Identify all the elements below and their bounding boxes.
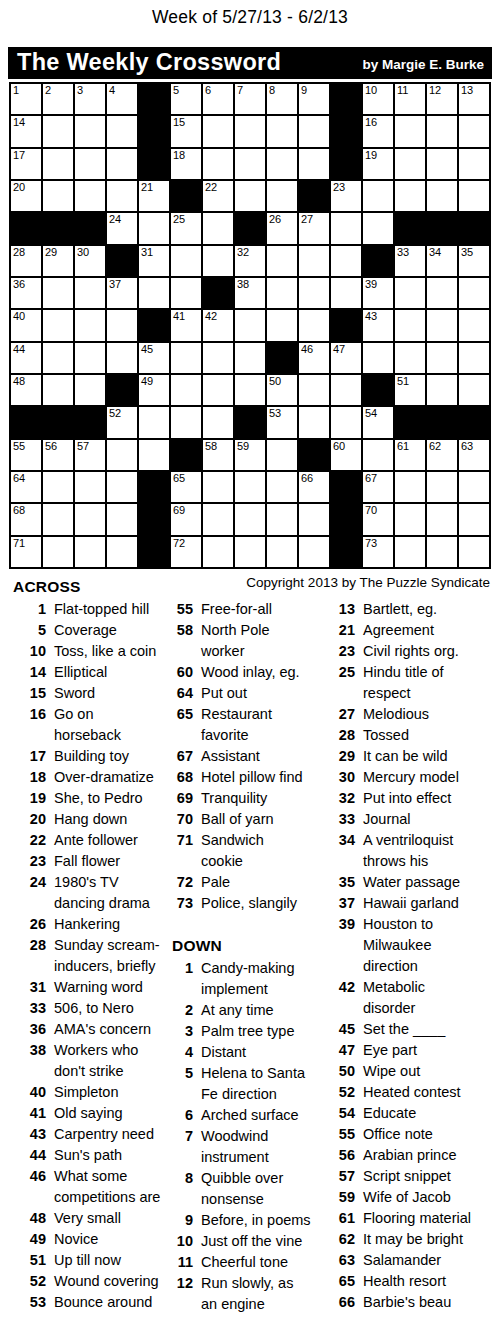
copyright-note: Copyright 2013 by The Puzzle Syndicate [246, 575, 490, 590]
grid-cell[interactable]: 46 [299, 343, 329, 373]
grid-cell[interactable] [171, 246, 201, 276]
clue-item: 26Hankering [13, 914, 182, 935]
clue-number: 69 [160, 788, 193, 809]
clue-item: 12Run slowly, as an engine [160, 1273, 322, 1315]
cell-number: 2 [45, 84, 51, 97]
grid-cell[interactable] [267, 504, 297, 534]
grid-cell[interactable] [459, 375, 489, 405]
cell-number: 7 [237, 84, 243, 97]
grid-cell[interactable]: 19 [363, 149, 393, 179]
grid-cell[interactable] [267, 472, 297, 502]
clue-number: 73 [160, 893, 193, 914]
cell-number: 61 [397, 440, 409, 453]
grid-cell[interactable] [427, 537, 457, 567]
grid-cell[interactable] [139, 440, 169, 470]
grid-cell[interactable]: 54 [363, 407, 393, 437]
grid-cell[interactable] [363, 213, 393, 243]
grid-cell[interactable]: 12 [427, 84, 457, 114]
grid-cell[interactable] [459, 537, 489, 567]
across-clue-column: ACROSS 1Flat-topped hill5Coverage10Toss,… [13, 577, 182, 1313]
clue-number: 23 [13, 851, 46, 872]
grid-cell[interactable]: 41 [171, 310, 201, 340]
grid-cell[interactable]: 7 [235, 84, 265, 114]
grid-cell[interactable]: 21 [139, 181, 169, 211]
grid-cell[interactable] [235, 149, 265, 179]
grid-cell[interactable]: 55 [11, 440, 41, 470]
grid-cell[interactable]: 4 [107, 84, 137, 114]
grid-cell[interactable] [43, 537, 73, 567]
grid-cell[interactable]: 66 [299, 472, 329, 502]
grid-cell[interactable] [267, 440, 297, 470]
grid-cell[interactable] [331, 246, 361, 276]
clue-text: Woodwind instrument [201, 1126, 322, 1168]
cell-number: 38 [237, 278, 249, 291]
cell-number: 3 [77, 84, 83, 97]
clue-text: Civil rights org. [363, 641, 493, 662]
grid-cell[interactable] [75, 278, 105, 308]
grid-cell[interactable] [107, 116, 137, 146]
grid-cell[interactable] [203, 375, 233, 405]
clue-text: Hotel pillow find [201, 767, 322, 788]
clue-item: 15Sword [13, 683, 182, 704]
grid-cell[interactable] [427, 278, 457, 308]
clue-text: Put out [201, 683, 322, 704]
clue-number: 6 [160, 1105, 193, 1126]
grid-cell[interactable] [43, 278, 73, 308]
grid-cell[interactable]: 60 [331, 440, 361, 470]
grid-cell[interactable] [267, 149, 297, 179]
cell-number: 60 [333, 440, 345, 453]
grid-cell[interactable] [395, 278, 425, 308]
grid-cell[interactable] [459, 472, 489, 502]
block-cell [107, 375, 137, 405]
grid-cell[interactable] [75, 375, 105, 405]
grid-cell[interactable] [171, 375, 201, 405]
clue-item: 7Woodwind instrument [160, 1126, 322, 1168]
clue-number: 22 [13, 830, 46, 851]
grid-cell[interactable]: 43 [363, 310, 393, 340]
grid-cell[interactable]: 63 [459, 440, 489, 470]
grid-cell[interactable] [299, 278, 329, 308]
clue-text: Health resort [363, 1271, 493, 1292]
grid-cell[interactable] [459, 149, 489, 179]
grid-cell[interactable] [427, 149, 457, 179]
cell-number: 64 [13, 472, 25, 485]
grid-cell[interactable] [235, 375, 265, 405]
grid-cell[interactable] [43, 504, 73, 534]
grid-cell[interactable] [139, 407, 169, 437]
block-cell [171, 181, 201, 211]
grid-cell[interactable] [107, 343, 137, 373]
grid-cell[interactable]: 65 [171, 472, 201, 502]
grid-cell[interactable] [395, 343, 425, 373]
clue-item: 41Old saying [13, 1103, 182, 1124]
clue-number: 65 [160, 704, 193, 725]
cell-number: 22 [205, 181, 217, 194]
clue-number: 9 [160, 1210, 193, 1231]
clue-number: 29 [322, 746, 355, 767]
clue-item: 54Educate [322, 1103, 493, 1124]
block-cell [75, 407, 105, 437]
block-cell [139, 504, 169, 534]
grid-cell[interactable]: 45 [139, 343, 169, 373]
clue-number: 11 [160, 1252, 193, 1273]
grid-cell[interactable] [299, 116, 329, 146]
cell-number: 19 [365, 149, 377, 162]
cell-number: 57 [77, 440, 89, 453]
grid-cell[interactable] [235, 472, 265, 502]
clue-text: Educate [363, 1103, 493, 1124]
grid-cell[interactable] [395, 149, 425, 179]
grid-cell[interactable]: 61 [395, 440, 425, 470]
grid-cell[interactable] [395, 537, 425, 567]
grid-cell[interactable]: 10 [363, 84, 393, 114]
block-cell [459, 213, 489, 243]
grid-cell[interactable] [395, 504, 425, 534]
clue-number: 56 [322, 1145, 355, 1166]
grid-cell[interactable] [75, 504, 105, 534]
clue-item: 31Warning word [13, 977, 182, 998]
grid-cell[interactable] [107, 310, 137, 340]
grid-cell[interactable]: 52 [107, 407, 137, 437]
grid-cell[interactable] [75, 181, 105, 211]
week-heading: Week of 5/27/13 - 6/2/13 [0, 7, 500, 28]
grid-cell[interactable] [43, 472, 73, 502]
grid-cell[interactable] [459, 343, 489, 373]
clue-text: Hindu title of respect [363, 662, 493, 704]
grid-cell[interactable] [203, 116, 233, 146]
grid-cell[interactable] [75, 310, 105, 340]
grid-cell[interactable]: 25 [171, 213, 201, 243]
grid-cell[interactable]: 28 [11, 246, 41, 276]
grid-cell[interactable] [43, 310, 73, 340]
grid-cell[interactable] [139, 213, 169, 243]
grid-cell[interactable] [395, 116, 425, 146]
grid-cell[interactable] [427, 310, 457, 340]
clue-number: 34 [322, 830, 355, 851]
grid-cell[interactable]: 3 [75, 84, 105, 114]
grid-cell[interactable] [427, 343, 457, 373]
cell-number: 14 [13, 116, 25, 129]
grid-cell[interactable]: 26 [267, 213, 297, 243]
grid-cell[interactable]: 44 [11, 343, 41, 373]
grid-cell[interactable]: 69 [171, 504, 201, 534]
clue-number: 17 [13, 746, 46, 767]
clue-number: 59 [322, 1187, 355, 1208]
grid-cell[interactable] [75, 149, 105, 179]
grid-cell[interactable]: 70 [363, 504, 393, 534]
grid-cell[interactable]: 49 [139, 375, 169, 405]
block-cell [427, 407, 457, 437]
grid-cell[interactable]: 59 [235, 440, 265, 470]
cell-number: 29 [45, 246, 57, 259]
clue-number: 4 [160, 1042, 193, 1063]
grid-cell[interactable]: 15 [171, 116, 201, 146]
clue-item: 8Quibble over nonsense [160, 1168, 322, 1210]
grid-cell[interactable]: 29 [43, 246, 73, 276]
grid-cell[interactable] [235, 116, 265, 146]
block-cell [139, 84, 169, 114]
grid-cell[interactable] [427, 181, 457, 211]
grid-cell[interactable] [203, 407, 233, 437]
clue-item: 63Salamander [322, 1250, 493, 1271]
grid-cell[interactable] [299, 149, 329, 179]
block-cell [43, 407, 73, 437]
grid-cell[interactable] [331, 407, 361, 437]
clue-item: 241980's TV dancing drama [13, 872, 182, 914]
grid-cell[interactable] [75, 343, 105, 373]
clue-text: Heated contest [363, 1082, 493, 1103]
grid-cell[interactable]: 42 [203, 310, 233, 340]
block-cell [139, 116, 169, 146]
clue-text: Flooring material [363, 1208, 493, 1229]
grid-cell[interactable] [235, 504, 265, 534]
grid-cell[interactable]: 5 [171, 84, 201, 114]
grid-cell[interactable] [427, 504, 457, 534]
clue-number: 12 [160, 1273, 193, 1294]
clue-text: Eye part [363, 1040, 493, 1061]
grid-cell[interactable] [107, 472, 137, 502]
grid-cell[interactable]: 11 [395, 84, 425, 114]
grid-cell[interactable] [43, 149, 73, 179]
grid-cell[interactable] [235, 343, 265, 373]
block-cell [299, 440, 329, 470]
grid-cell[interactable] [107, 181, 137, 211]
grid-cell[interactable] [235, 181, 265, 211]
clue-item: 58North Pole worker [160, 620, 322, 662]
grid-cell[interactable]: 36 [11, 278, 41, 308]
grid-cell[interactable]: 31 [139, 246, 169, 276]
grid-cell[interactable]: 67 [363, 472, 393, 502]
grid-cell[interactable]: 35 [459, 246, 489, 276]
cell-number: 62 [429, 440, 441, 453]
clue-text: Wood inlay, eg. [201, 662, 322, 683]
grid-cell[interactable] [171, 278, 201, 308]
clue-text: Houston to Milwaukee direction [363, 914, 493, 977]
grid-cell[interactable]: 33 [395, 246, 425, 276]
grid-cell[interactable] [363, 181, 393, 211]
grid-cell[interactable] [299, 310, 329, 340]
grid-cell[interactable] [139, 278, 169, 308]
grid-cell[interactable] [299, 407, 329, 437]
grid-cell[interactable] [331, 375, 361, 405]
cell-number: 18 [173, 149, 185, 162]
cell-number: 17 [13, 149, 25, 162]
grid-cell[interactable] [299, 537, 329, 567]
clue-item: 14Elliptical [13, 662, 182, 683]
grid-cell[interactable] [331, 278, 361, 308]
clue-item: 33Journal [322, 809, 493, 830]
grid-cell[interactable]: 27 [299, 213, 329, 243]
grid-cell[interactable]: 40 [11, 310, 41, 340]
grid-cell[interactable] [427, 116, 457, 146]
clue-item: 20Hang down [13, 809, 182, 830]
grid-cell[interactable] [75, 116, 105, 146]
grid-cell[interactable]: 56 [43, 440, 73, 470]
clue-item: 13Bartlett, eg. [322, 599, 493, 620]
cell-number: 25 [173, 213, 185, 226]
grid-cell[interactable]: 18 [171, 149, 201, 179]
grid-cell[interactable] [267, 181, 297, 211]
grid-cell[interactable] [459, 116, 489, 146]
grid-cell[interactable] [107, 440, 137, 470]
grid-cell[interactable]: 72 [171, 537, 201, 567]
grid-cell[interactable]: 13 [459, 84, 489, 114]
clue-number: 61 [322, 1208, 355, 1229]
grid-cell[interactable]: 38 [235, 278, 265, 308]
grid-cell[interactable]: 8 [267, 84, 297, 114]
clue-number: 2 [160, 1000, 193, 1021]
grid-cell[interactable] [107, 504, 137, 534]
cell-number: 68 [13, 504, 25, 517]
grid-cell[interactable] [203, 537, 233, 567]
grid-cell[interactable]: 62 [427, 440, 457, 470]
grid-cell[interactable] [459, 278, 489, 308]
grid-cell[interactable] [363, 343, 393, 373]
clue-number: 38 [13, 1040, 46, 1061]
grid-cell[interactable] [203, 472, 233, 502]
grid-cell[interactable]: 73 [363, 537, 393, 567]
clue-number: 71 [160, 830, 193, 851]
grid-cell[interactable]: 24 [107, 213, 137, 243]
grid-cell[interactable]: 47 [331, 343, 361, 373]
grid-cell[interactable] [331, 213, 361, 243]
block-cell [171, 440, 201, 470]
grid-cell[interactable] [43, 181, 73, 211]
crossword-page: Week of 5/27/13 - 6/2/13 The Weekly Cros… [0, 0, 500, 1323]
grid-cell[interactable] [235, 310, 265, 340]
cell-number: 55 [13, 440, 25, 453]
grid-cell[interactable] [363, 440, 393, 470]
grid-cell[interactable] [459, 310, 489, 340]
clue-number: 27 [322, 704, 355, 725]
grid-cell[interactable]: 9 [299, 84, 329, 114]
grid-cell[interactable] [203, 343, 233, 373]
grid-cell[interactable] [43, 343, 73, 373]
grid-cell[interactable] [267, 537, 297, 567]
clue-text: Water passage [363, 872, 493, 893]
clue-number: 14 [13, 662, 46, 683]
clue-item: 56Arabian prince [322, 1145, 493, 1166]
grid-cell[interactable] [75, 472, 105, 502]
grid-cell[interactable]: 34 [427, 246, 457, 276]
grid-cell[interactable] [459, 504, 489, 534]
grid-cell[interactable] [75, 537, 105, 567]
grid-cell[interactable] [203, 213, 233, 243]
grid-cell[interactable]: 37 [107, 278, 137, 308]
grid-cell[interactable] [171, 407, 201, 437]
clue-item: 28Tossed [322, 725, 493, 746]
grid-cell[interactable]: 53 [267, 407, 297, 437]
grid-cell[interactable] [107, 537, 137, 567]
grid-cell[interactable]: 23 [331, 181, 361, 211]
clue-item: 5Helena to Santa Fe direction [160, 1063, 322, 1105]
clue-text: Cheerful tone [201, 1252, 322, 1273]
title-banner: The Weekly Crossword by Margie E. Burke [8, 47, 492, 79]
clue-item: 47Eye part [322, 1040, 493, 1061]
grid-cell[interactable]: 57 [75, 440, 105, 470]
grid-cell[interactable]: 50 [267, 375, 297, 405]
clue-number: 51 [13, 1250, 46, 1271]
grid-cell[interactable]: 22 [203, 181, 233, 211]
grid-cell[interactable]: 6 [203, 84, 233, 114]
clue-number: 36 [13, 1019, 46, 1040]
grid-cell[interactable] [171, 343, 201, 373]
clue-text: Palm tree type [201, 1021, 322, 1042]
clue-item: 68Hotel pillow find [160, 767, 322, 788]
grid-cell[interactable] [203, 504, 233, 534]
clue-item: 36AMA's concern [13, 1019, 182, 1040]
grid-cell[interactable] [43, 375, 73, 405]
clue-item: 2At any time [160, 1000, 322, 1021]
grid-cell[interactable]: 2 [43, 84, 73, 114]
grid-cell[interactable]: 14 [11, 116, 41, 146]
clue-item: 3Palm tree type [160, 1021, 322, 1042]
grid-cell[interactable]: 1 [11, 84, 41, 114]
grid-cell[interactable] [427, 375, 457, 405]
grid-cell[interactable]: 20 [11, 181, 41, 211]
cell-number: 5 [173, 84, 179, 97]
grid-cell[interactable]: 68 [11, 504, 41, 534]
grid-cell[interactable]: 17 [11, 149, 41, 179]
grid-cell[interactable] [299, 375, 329, 405]
grid-cell[interactable] [107, 149, 137, 179]
clue-number: 63 [322, 1250, 355, 1271]
grid-cell[interactable] [299, 504, 329, 534]
clue-number: 55 [160, 599, 193, 620]
block-cell [235, 213, 265, 243]
grid-cell[interactable] [267, 310, 297, 340]
grid-cell[interactable]: 58 [203, 440, 233, 470]
grid-cell[interactable]: 71 [11, 537, 41, 567]
grid-cell[interactable] [427, 472, 457, 502]
grid-cell[interactable] [299, 246, 329, 276]
grid-cell[interactable] [395, 472, 425, 502]
clue-item: 30Mercury model [322, 767, 493, 788]
grid-cell[interactable]: 51 [395, 375, 425, 405]
grid-cell[interactable] [43, 116, 73, 146]
clue-item: 23Civil rights org. [322, 641, 493, 662]
grid-cell[interactable]: 64 [11, 472, 41, 502]
clue-text: Run slowly, as an engine [201, 1273, 322, 1315]
grid-cell[interactable]: 30 [75, 246, 105, 276]
cell-number: 47 [333, 343, 345, 356]
grid-cell[interactable] [267, 246, 297, 276]
clue-item: 1Flat-topped hill [13, 599, 182, 620]
clue-item: 29It can be wild [322, 746, 493, 767]
middle-clue-column: 55Free-for-all58North Pole worker60Wood … [160, 599, 322, 1315]
grid-cell[interactable] [395, 310, 425, 340]
grid-cell[interactable] [267, 278, 297, 308]
grid-cell[interactable] [203, 246, 233, 276]
grid-cell[interactable] [203, 149, 233, 179]
grid-cell[interactable]: 39 [363, 278, 393, 308]
clue-number: 53 [13, 1292, 46, 1313]
grid-cell[interactable] [395, 181, 425, 211]
clue-number: 16 [13, 704, 46, 725]
block-cell [427, 213, 457, 243]
grid-cell[interactable] [235, 537, 265, 567]
grid-cell[interactable]: 16 [363, 116, 393, 146]
grid-cell[interactable] [267, 116, 297, 146]
grid-cell[interactable]: 48 [11, 375, 41, 405]
crossword-grid: 1234567891011121314151617181920212223242… [9, 82, 491, 569]
clue-item: 25Hindu title of respect [322, 662, 493, 704]
clue-number: 46 [13, 1166, 46, 1187]
grid-cell[interactable]: 32 [235, 246, 265, 276]
clue-item: 71Sandwich cookie [160, 830, 322, 872]
grid-cell[interactable] [459, 181, 489, 211]
